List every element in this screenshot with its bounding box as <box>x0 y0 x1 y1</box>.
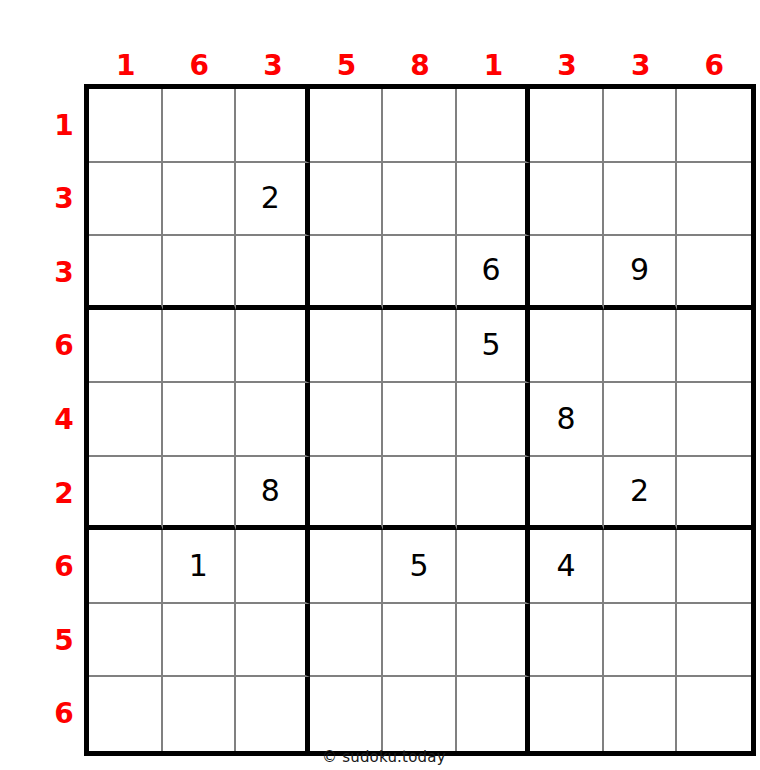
left-clue-r7: 6 <box>46 530 82 604</box>
cell-r1c3[interactable] <box>236 89 310 163</box>
cell-r8c4[interactable] <box>310 604 384 678</box>
cell-r5c2[interactable] <box>163 383 237 457</box>
cell-r1c2[interactable] <box>163 89 237 163</box>
left-clue-r9: 6 <box>46 677 82 751</box>
left-clue-r3: 3 <box>46 236 82 310</box>
cell-r8c9[interactable] <box>677 604 751 678</box>
cell-r7c7[interactable]: 4 <box>530 530 604 604</box>
top-clue-c7: 3 <box>530 38 604 82</box>
cell-r5c8[interactable] <box>604 383 678 457</box>
cell-r1c7[interactable] <box>530 89 604 163</box>
cell-r1c8[interactable] <box>604 89 678 163</box>
top-clues-row: 163581336 <box>89 38 751 82</box>
top-clue-c3: 3 <box>236 38 310 82</box>
cell-r5c9[interactable] <box>677 383 751 457</box>
cell-r3c3[interactable] <box>236 236 310 310</box>
cell-r2c7[interactable] <box>530 163 604 237</box>
cell-r1c9[interactable] <box>677 89 751 163</box>
left-clue-r6: 2 <box>46 457 82 531</box>
cell-r4c4[interactable] <box>310 310 384 384</box>
cell-r4c9[interactable] <box>677 310 751 384</box>
cell-r9c2[interactable] <box>163 677 237 751</box>
cell-r2c8[interactable] <box>604 163 678 237</box>
cell-r7c6[interactable] <box>457 530 531 604</box>
cell-r9c3[interactable] <box>236 677 310 751</box>
cell-r2c9[interactable] <box>677 163 751 237</box>
top-clue-c4: 5 <box>310 38 384 82</box>
cell-r4c5[interactable] <box>383 310 457 384</box>
cell-r5c4[interactable] <box>310 383 384 457</box>
cell-r6c1[interactable] <box>89 457 163 531</box>
cell-r7c1[interactable] <box>89 530 163 604</box>
cell-r2c3[interactable]: 2 <box>236 163 310 237</box>
cell-r8c5[interactable] <box>383 604 457 678</box>
cell-r5c6[interactable] <box>457 383 531 457</box>
cell-r3c8[interactable]: 9 <box>604 236 678 310</box>
top-clue-c6: 1 <box>457 38 531 82</box>
cell-r5c1[interactable] <box>89 383 163 457</box>
cell-r5c5[interactable] <box>383 383 457 457</box>
cell-r5c3[interactable] <box>236 383 310 457</box>
cell-r2c1[interactable] <box>89 163 163 237</box>
cell-r6c3[interactable]: 8 <box>236 457 310 531</box>
cell-r5c7[interactable]: 8 <box>530 383 604 457</box>
cell-r6c9[interactable] <box>677 457 751 531</box>
cell-r2c5[interactable] <box>383 163 457 237</box>
cell-r1c6[interactable] <box>457 89 531 163</box>
cell-r7c9[interactable] <box>677 530 751 604</box>
copyright-text: © sudoku.today <box>322 748 446 766</box>
cell-r1c4[interactable] <box>310 89 384 163</box>
cell-r6c4[interactable] <box>310 457 384 531</box>
cell-r3c1[interactable] <box>89 236 163 310</box>
cell-r6c8[interactable]: 2 <box>604 457 678 531</box>
sudoku-board: 2695882154 <box>84 84 756 756</box>
top-clue-c1: 1 <box>89 38 163 82</box>
cell-r3c4[interactable] <box>310 236 384 310</box>
cell-r6c6[interactable] <box>457 457 531 531</box>
cell-r3c9[interactable] <box>677 236 751 310</box>
top-clue-c8: 3 <box>604 38 678 82</box>
cell-r3c7[interactable] <box>530 236 604 310</box>
cell-r4c7[interactable] <box>530 310 604 384</box>
sudoku-page: 163581336 133642656 2695882154 © sudoku.… <box>0 0 760 770</box>
cell-r3c6[interactable]: 6 <box>457 236 531 310</box>
cell-r8c2[interactable] <box>163 604 237 678</box>
cell-r7c8[interactable] <box>604 530 678 604</box>
cell-r9c9[interactable] <box>677 677 751 751</box>
left-clues-column: 133642656 <box>46 89 82 751</box>
cell-r8c3[interactable] <box>236 604 310 678</box>
cell-r4c1[interactable] <box>89 310 163 384</box>
left-clue-r1: 1 <box>46 89 82 163</box>
cell-r4c2[interactable] <box>163 310 237 384</box>
cell-r1c1[interactable] <box>89 89 163 163</box>
top-clue-c9: 6 <box>677 38 751 82</box>
cell-r6c5[interactable] <box>383 457 457 531</box>
top-clue-c5: 8 <box>383 38 457 82</box>
cell-r8c1[interactable] <box>89 604 163 678</box>
cell-r6c2[interactable] <box>163 457 237 531</box>
cell-r9c1[interactable] <box>89 677 163 751</box>
cell-r4c3[interactable] <box>236 310 310 384</box>
left-clue-r8: 5 <box>46 604 82 678</box>
cell-r2c6[interactable] <box>457 163 531 237</box>
cell-r7c5[interactable]: 5 <box>383 530 457 604</box>
cell-r8c7[interactable] <box>530 604 604 678</box>
left-clue-r4: 6 <box>46 310 82 384</box>
cell-r9c7[interactable] <box>530 677 604 751</box>
cell-r2c2[interactable] <box>163 163 237 237</box>
cell-r9c5[interactable] <box>383 677 457 751</box>
left-clue-r5: 4 <box>46 383 82 457</box>
cell-r9c4[interactable] <box>310 677 384 751</box>
cell-r1c5[interactable] <box>383 89 457 163</box>
cell-r9c8[interactable] <box>604 677 678 751</box>
cell-r4c8[interactable] <box>604 310 678 384</box>
cell-r6c7[interactable] <box>530 457 604 531</box>
cell-r3c5[interactable] <box>383 236 457 310</box>
cell-r7c2[interactable]: 1 <box>163 530 237 604</box>
left-clue-r2: 3 <box>46 163 82 237</box>
cell-r8c8[interactable] <box>604 604 678 678</box>
cell-r3c2[interactable] <box>163 236 237 310</box>
cell-r4c6[interactable]: 5 <box>457 310 531 384</box>
cell-r7c4[interactable] <box>310 530 384 604</box>
cell-r2c4[interactable] <box>310 163 384 237</box>
cell-r7c3[interactable] <box>236 530 310 604</box>
top-clue-c2: 6 <box>163 38 237 82</box>
cell-r9c6[interactable] <box>457 677 531 751</box>
cell-r8c6[interactable] <box>457 604 531 678</box>
